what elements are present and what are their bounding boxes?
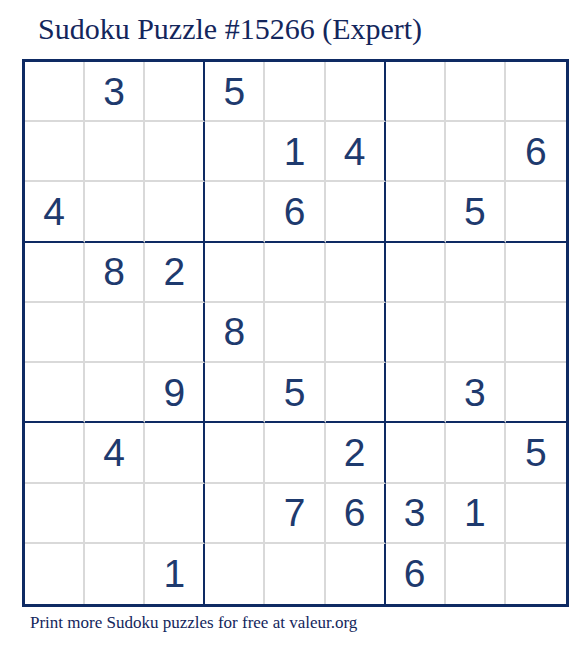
cell-r4c9 [506,243,566,303]
cell-r6c2 [85,363,145,423]
cell-r7c5 [265,423,325,483]
cell-r4c8 [446,243,506,303]
cell-r4c5 [265,243,325,303]
cell-r6c3: 9 [145,363,205,423]
cell-r7c7 [386,423,446,483]
cell-r8c2 [85,484,145,544]
cell-r5c9 [506,303,566,363]
cell-r7c9: 5 [506,423,566,483]
page-title: Sudoku Puzzle #15266 (Expert) [38,12,422,46]
cell-r2c6: 4 [326,122,386,182]
cell-r6c9 [506,363,566,423]
cell-r8c4 [205,484,265,544]
cell-r9c9 [506,544,566,604]
cell-r4c4 [205,243,265,303]
cell-r7c4 [205,423,265,483]
cell-r3c4 [205,182,265,242]
cell-r4c3: 2 [145,243,205,303]
cell-r2c4 [205,122,265,182]
cell-r1c9 [506,62,566,122]
sudoku-grid: 35146465828953425763116 [22,59,569,607]
cell-r1c6 [326,62,386,122]
cell-r5c7 [386,303,446,363]
cell-r5c2 [85,303,145,363]
cell-r6c7 [386,363,446,423]
cell-r2c3 [145,122,205,182]
cell-r6c6 [326,363,386,423]
cell-r1c7 [386,62,446,122]
cell-r9c6 [326,544,386,604]
cell-r9c3: 1 [145,544,205,604]
cell-r5c4: 8 [205,303,265,363]
cell-r6c8: 3 [446,363,506,423]
cell-r9c7: 6 [386,544,446,604]
cell-r3c2 [85,182,145,242]
cell-r5c5 [265,303,325,363]
cell-r2c7 [386,122,446,182]
cell-r5c6 [326,303,386,363]
cell-r3c8: 5 [446,182,506,242]
cell-r1c4: 5 [205,62,265,122]
cell-r7c6: 2 [326,423,386,483]
cell-r8c3 [145,484,205,544]
cell-r8c9 [506,484,566,544]
cell-r9c2 [85,544,145,604]
cell-r2c5: 1 [265,122,325,182]
cell-r7c8 [446,423,506,483]
cell-r9c5 [265,544,325,604]
cell-r8c8: 1 [446,484,506,544]
cell-r2c8 [446,122,506,182]
cell-r3c6 [326,182,386,242]
cell-r8c6: 6 [326,484,386,544]
cell-r4c2: 8 [85,243,145,303]
cell-r2c1 [25,122,85,182]
cell-r5c3 [145,303,205,363]
cell-r8c1 [25,484,85,544]
cell-r5c1 [25,303,85,363]
cell-r8c7: 3 [386,484,446,544]
cell-r6c5: 5 [265,363,325,423]
cell-r4c7 [386,243,446,303]
cell-r9c8 [446,544,506,604]
cell-r1c5 [265,62,325,122]
cell-r8c5: 7 [265,484,325,544]
cell-r7c3 [145,423,205,483]
cell-r2c2 [85,122,145,182]
cell-r3c7 [386,182,446,242]
cell-r6c1 [25,363,85,423]
cell-r1c1 [25,62,85,122]
cell-r7c2: 4 [85,423,145,483]
cell-r3c5: 6 [265,182,325,242]
cell-r1c8 [446,62,506,122]
cell-r4c6 [326,243,386,303]
cell-r6c4 [205,363,265,423]
cell-r9c4 [205,544,265,604]
cell-r3c9 [506,182,566,242]
cell-r3c1: 4 [25,182,85,242]
cell-r7c1 [25,423,85,483]
cell-r4c1 [25,243,85,303]
cell-r3c3 [145,182,205,242]
cell-r2c9: 6 [506,122,566,182]
cell-r5c8 [446,303,506,363]
cell-r1c3 [145,62,205,122]
cell-r9c1 [25,544,85,604]
cell-r1c2: 3 [85,62,145,122]
footer-text: Print more Sudoku puzzles for free at va… [30,613,357,633]
